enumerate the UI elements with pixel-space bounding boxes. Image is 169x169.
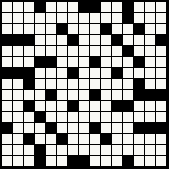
white-cell-r12c8[interactable] [79,123,90,134]
white-cell-r2c13[interactable] [134,13,145,24]
white-cell-r6c14[interactable] [145,57,156,68]
white-cell-r15c11[interactable] [112,156,123,167]
white-cell-r6c8[interactable] [79,57,90,68]
white-cell-r6c7[interactable] [68,57,79,68]
white-cell-r1c10[interactable] [101,2,112,13]
white-cell-r8c10[interactable] [101,79,112,90]
black-cell-r10c12 [123,101,134,112]
white-cell-r11c8[interactable] [79,112,90,123]
white-cell-r9c12[interactable] [123,90,134,101]
black-cell-r13c10 [101,134,112,145]
white-cell-r5c13[interactable] [134,46,145,57]
white-cell-r2c2[interactable] [13,13,24,24]
black-cell-r4c2 [13,35,24,46]
white-cell-r9c3[interactable] [24,90,35,101]
white-cell-r10c4[interactable] [35,101,46,112]
black-cell-r3c13 [134,24,145,35]
white-cell-r13c12[interactable] [123,134,134,145]
white-cell-r4c14[interactable] [145,35,156,46]
black-cell-r12c5 [46,123,57,134]
black-cell-r7c2 [13,68,24,79]
white-cell-r5c11[interactable] [112,46,123,57]
white-cell-r5c5[interactable] [46,46,57,57]
white-cell-r1c15[interactable] [156,2,167,13]
white-cell-r10c14[interactable] [145,101,156,112]
white-cell-r7c6[interactable] [57,68,68,79]
white-cell-r15c9[interactable] [90,156,101,167]
white-cell-r6c1[interactable] [2,57,13,68]
white-cell-r7c13[interactable] [134,68,145,79]
white-cell-r10c5[interactable] [46,101,57,112]
white-cell-r2c11[interactable] [112,13,123,24]
white-cell-r3c11[interactable] [112,24,123,35]
white-cell-r2c10[interactable] [101,13,112,24]
white-cell-r11c6[interactable] [57,112,68,123]
black-cell-r14c4 [35,145,46,156]
white-cell-r14c11[interactable] [112,145,123,156]
white-cell-r4c5[interactable] [46,35,57,46]
white-cell-r3c3[interactable] [24,24,35,35]
white-cell-r2c9[interactable] [90,13,101,24]
white-cell-r1c1[interactable] [2,2,13,13]
white-cell-r8c12[interactable] [123,79,134,90]
white-cell-r13c8[interactable] [79,134,90,145]
black-cell-r7c7 [68,68,79,79]
white-cell-r12c12[interactable] [123,123,134,134]
black-cell-r9c14 [145,90,156,101]
black-cell-r4c11 [112,35,123,46]
crossword-screen [0,0,169,169]
black-cell-r8c3 [24,79,35,90]
white-cell-r1c5[interactable] [46,2,57,13]
white-cell-r5c9[interactable] [90,46,101,57]
white-cell-r4c8[interactable] [79,35,90,46]
black-cell-r11c4 [35,112,46,123]
white-cell-r3c15[interactable] [156,24,167,35]
white-cell-r3c9[interactable] [90,24,101,35]
white-cell-r11c5[interactable] [46,112,57,123]
white-cell-r12c6[interactable] [57,123,68,134]
white-cell-r10c2[interactable] [13,101,24,112]
white-cell-r4c10[interactable] [101,35,112,46]
white-cell-r1c6[interactable] [57,2,68,13]
white-cell-r2c15[interactable] [156,13,167,24]
white-cell-r5c4[interactable] [35,46,46,57]
white-cell-r8c2[interactable] [13,79,24,90]
white-cell-r7c12[interactable] [123,68,134,79]
white-cell-r8c5[interactable] [46,79,57,90]
white-cell-r12c11[interactable] [112,123,123,134]
black-cell-r9c15 [156,90,167,101]
white-cell-r3c2[interactable] [13,24,24,35]
white-cell-r4c4[interactable] [35,35,46,46]
white-cell-r2c14[interactable] [145,13,156,24]
white-cell-r15c6[interactable] [57,156,68,167]
white-cell-r5c6[interactable] [57,46,68,57]
white-cell-r12c10[interactable] [101,123,112,134]
white-cell-r9c11[interactable] [112,90,123,101]
white-cell-r14c2[interactable] [13,145,24,156]
white-cell-r1c7[interactable] [68,2,79,13]
white-cell-r8c11[interactable] [112,79,123,90]
white-cell-r11c11[interactable] [112,112,123,123]
white-cell-r11c3[interactable] [24,112,35,123]
white-cell-r1c2[interactable] [13,2,24,13]
black-cell-r1c12 [123,2,134,13]
white-cell-r13c13[interactable] [134,134,145,145]
black-cell-r12c1 [2,123,13,134]
black-cell-r4c3 [24,35,35,46]
white-cell-r2c7[interactable] [68,13,79,24]
white-cell-r14c8[interactable] [79,145,90,156]
white-cell-r1c14[interactable] [145,2,156,13]
white-cell-r13c15[interactable] [156,134,167,145]
white-cell-r11c14[interactable] [145,112,156,123]
white-cell-r13c5[interactable] [46,134,57,145]
black-cell-r1c4 [35,2,46,13]
white-cell-r8c8[interactable] [79,79,90,90]
white-cell-r15c13[interactable] [134,156,145,167]
white-cell-r15c5[interactable] [46,156,57,167]
white-cell-r15c3[interactable] [24,156,35,167]
white-cell-r14c14[interactable] [145,145,156,156]
white-cell-r6c11[interactable] [112,57,123,68]
white-cell-r2c5[interactable] [46,13,57,24]
white-cell-r15c10[interactable] [101,156,112,167]
white-cell-r4c6[interactable] [57,35,68,46]
black-cell-r8c13 [134,79,145,90]
white-cell-r4c9[interactable] [90,35,101,46]
white-cell-r1c3[interactable] [24,2,35,13]
black-cell-r4c15 [156,35,167,46]
white-cell-r11c1[interactable] [2,112,13,123]
white-cell-r14c1[interactable] [2,145,13,156]
crossword-board [0,0,169,169]
white-cell-r12c7[interactable] [68,123,79,134]
white-cell-r6c15[interactable] [156,57,167,68]
white-cell-r11c12[interactable] [123,112,134,123]
white-cell-r2c3[interactable] [24,13,35,24]
black-cell-r10c3 [24,101,35,112]
white-cell-r13c1[interactable] [2,134,13,145]
white-cell-r6c12[interactable] [123,57,134,68]
white-cell-r14c15[interactable] [156,145,167,156]
white-cell-r9c2[interactable] [13,90,24,101]
white-cell-r5c8[interactable] [79,46,90,57]
white-cell-r3c14[interactable] [145,24,156,35]
black-cell-r4c1 [2,35,13,46]
white-cell-r1c11[interactable] [112,2,123,13]
black-cell-r6c5 [46,57,57,68]
white-cell-r9c10[interactable] [101,90,112,101]
black-cell-r5c12 [123,46,134,57]
white-cell-r8c4[interactable] [35,79,46,90]
white-cell-r13c11[interactable] [112,134,123,145]
white-cell-r8c9[interactable] [90,79,101,90]
white-cell-r14c13[interactable] [134,145,145,156]
white-cell-r10c10[interactable] [101,101,112,112]
black-cell-r6c13 [134,57,145,68]
white-cell-r12c4[interactable] [35,123,46,134]
white-cell-r8c14[interactable] [145,79,156,90]
white-cell-r6c6[interactable] [57,57,68,68]
white-cell-r9c7[interactable] [68,90,79,101]
black-cell-r9c13 [134,90,145,101]
white-cell-r8c15[interactable] [156,79,167,90]
black-cell-r7c1 [2,68,13,79]
black-cell-r1c8 [79,2,90,13]
black-cell-r4c7 [68,35,79,46]
white-cell-r6c2[interactable] [13,57,24,68]
black-cell-r13c6 [57,134,68,145]
black-cell-r7c3 [24,68,35,79]
white-cell-r15c15[interactable] [156,156,167,167]
white-cell-r14c9[interactable] [90,145,101,156]
white-cell-r14c7[interactable] [68,145,79,156]
white-cell-r3c12[interactable] [123,24,134,35]
white-cell-r9c4[interactable] [35,90,46,101]
white-cell-r5c3[interactable] [24,46,35,57]
white-cell-r14c3[interactable] [24,145,35,156]
white-cell-r10c15[interactable] [156,101,167,112]
white-cell-r11c7[interactable] [68,112,79,123]
black-cell-r6c9 [90,57,101,68]
white-cell-r5c2[interactable] [13,46,24,57]
white-cell-r11c2[interactable] [13,112,24,123]
white-cell-r10c13[interactable] [134,101,145,112]
white-cell-r3c5[interactable] [46,24,57,35]
white-cell-r3c8[interactable] [79,24,90,35]
black-cell-r7c11 [112,68,123,79]
black-cell-r12c15 [156,123,167,134]
white-cell-r3c7[interactable] [68,24,79,35]
white-cell-r10c6[interactable] [57,101,68,112]
black-cell-r13c3 [24,134,35,145]
black-cell-r9c9 [90,90,101,101]
white-cell-r14c12[interactable] [123,145,134,156]
white-cell-r4c13[interactable] [134,35,145,46]
white-cell-r11c9[interactable] [90,112,101,123]
white-cell-r9c1[interactable] [2,90,13,101]
white-cell-r11c10[interactable] [101,112,112,123]
black-cell-r10c7 [68,101,79,112]
white-cell-r7c5[interactable] [46,68,57,79]
white-cell-r10c1[interactable] [2,101,13,112]
white-cell-r13c2[interactable] [13,134,24,145]
black-cell-r15c7 [68,156,79,167]
white-cell-r12c2[interactable] [13,123,24,134]
white-cell-r7c8[interactable] [79,68,90,79]
black-cell-r10c11 [112,101,123,112]
white-cell-r11c15[interactable] [156,112,167,123]
white-cell-r7c10[interactable] [101,68,112,79]
black-cell-r1c9 [90,2,101,13]
white-cell-r7c4[interactable] [35,68,46,79]
white-cell-r5c15[interactable] [156,46,167,57]
black-cell-r15c8 [79,156,90,167]
white-cell-r9c6[interactable] [57,90,68,101]
white-cell-r2c8[interactable] [79,13,90,24]
white-cell-r6c10[interactable] [101,57,112,68]
white-cell-r6c3[interactable] [24,57,35,68]
white-cell-r14c6[interactable] [57,145,68,156]
white-cell-r13c9[interactable] [90,134,101,145]
white-cell-r15c1[interactable] [2,156,13,167]
black-cell-r15c12 [123,156,134,167]
black-cell-r9c5 [46,90,57,101]
black-cell-r12c14 [145,123,156,134]
white-cell-r4c12[interactable] [123,35,134,46]
black-cell-r3c10 [101,24,112,35]
white-cell-r1c13[interactable] [134,2,145,13]
white-cell-r5c7[interactable] [68,46,79,57]
white-cell-r13c4[interactable] [35,134,46,145]
white-cell-r8c1[interactable] [2,79,13,90]
white-cell-r3c1[interactable] [2,24,13,35]
white-cell-r11c13[interactable] [134,112,145,123]
black-cell-r12c9 [90,123,101,134]
white-cell-r13c7[interactable] [68,134,79,145]
black-cell-r2c12 [123,13,134,24]
white-cell-r10c9[interactable] [90,101,101,112]
white-cell-r7c14[interactable] [145,68,156,79]
white-cell-r5c10[interactable] [101,46,112,57]
white-cell-r15c14[interactable] [145,156,156,167]
white-cell-r2c4[interactable] [35,13,46,24]
black-cell-r12c13 [134,123,145,134]
white-cell-r12c3[interactable] [24,123,35,134]
white-cell-r9c8[interactable] [79,90,90,101]
black-cell-r3c6 [57,24,68,35]
white-cell-r14c5[interactable] [46,145,57,156]
white-cell-r5c1[interactable] [2,46,13,57]
white-cell-r13c14[interactable] [145,134,156,145]
white-cell-r5c14[interactable] [145,46,156,57]
white-cell-r2c1[interactable] [2,13,13,24]
white-cell-r14c10[interactable] [101,145,112,156]
white-cell-r15c2[interactable] [13,156,24,167]
white-cell-r3c4[interactable] [35,24,46,35]
black-cell-r6c4 [35,57,46,68]
white-cell-r7c15[interactable] [156,68,167,79]
white-cell-r10c8[interactable] [79,101,90,112]
black-cell-r15c4 [35,156,46,167]
white-cell-r8c6[interactable] [57,79,68,90]
white-cell-r8c7[interactable] [68,79,79,90]
white-cell-r7c9[interactable] [90,68,101,79]
white-cell-r2c6[interactable] [57,13,68,24]
